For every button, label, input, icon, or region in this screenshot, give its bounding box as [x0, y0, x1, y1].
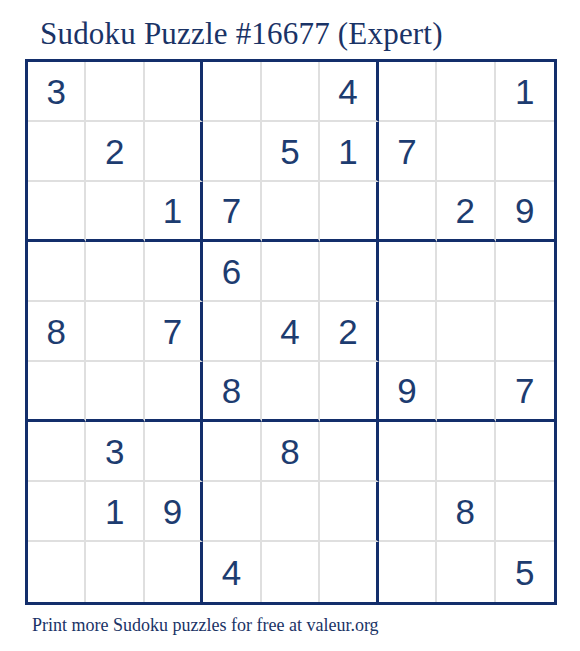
sudoku-cell-r3c8[interactable]: 2	[437, 182, 495, 242]
sudoku-cell-r9c3[interactable]	[145, 542, 203, 602]
sudoku-cell-r1c7[interactable]	[379, 62, 437, 122]
sudoku-cell-r1c5[interactable]	[262, 62, 320, 122]
sudoku-cell-r1c8[interactable]	[437, 62, 495, 122]
sudoku-cell-r7c2[interactable]: 3	[86, 422, 144, 482]
sudoku-cell-r1c4[interactable]	[203, 62, 261, 122]
sudoku-cell-r8c2[interactable]: 1	[86, 482, 144, 542]
sudoku-cell-r5c4[interactable]	[203, 302, 261, 362]
sudoku-cell-r7c5[interactable]: 8	[262, 422, 320, 482]
sudoku-cell-r9c1[interactable]	[28, 542, 86, 602]
sudoku-cell-r3c7[interactable]	[379, 182, 437, 242]
sudoku-cell-r2c3[interactable]	[145, 122, 203, 182]
sudoku-cell-r3c4[interactable]: 7	[203, 182, 261, 242]
sudoku-cell-r4c2[interactable]	[86, 242, 144, 302]
sudoku-cell-r2c4[interactable]	[203, 122, 261, 182]
sudoku-cell-r6c5[interactable]	[262, 362, 320, 422]
sudoku-cell-r7c3[interactable]	[145, 422, 203, 482]
sudoku-cell-r6c8[interactable]	[437, 362, 495, 422]
sudoku-cell-r9c9[interactable]: 5	[496, 542, 554, 602]
sudoku-cell-r4c9[interactable]	[496, 242, 554, 302]
sudoku-cell-r4c5[interactable]	[262, 242, 320, 302]
sudoku-cell-r1c3[interactable]	[145, 62, 203, 122]
sudoku-cell-r9c5[interactable]	[262, 542, 320, 602]
sudoku-cell-r9c6[interactable]	[320, 542, 378, 602]
sudoku-cell-r8c8[interactable]: 8	[437, 482, 495, 542]
sudoku-cell-r5c8[interactable]	[437, 302, 495, 362]
sudoku-cell-r3c2[interactable]	[86, 182, 144, 242]
sudoku-cell-r8c4[interactable]	[203, 482, 261, 542]
sudoku-cell-r2c2[interactable]: 2	[86, 122, 144, 182]
sudoku-cell-r1c9[interactable]: 1	[496, 62, 554, 122]
sudoku-cell-r3c1[interactable]	[28, 182, 86, 242]
sudoku-cell-r9c7[interactable]	[379, 542, 437, 602]
sudoku-cell-r1c6[interactable]: 4	[320, 62, 378, 122]
sudoku-cell-r4c7[interactable]	[379, 242, 437, 302]
sudoku-cell-r5c5[interactable]: 4	[262, 302, 320, 362]
sudoku-cell-r6c7[interactable]: 9	[379, 362, 437, 422]
sudoku-cell-r7c4[interactable]	[203, 422, 261, 482]
sudoku-cell-r7c1[interactable]	[28, 422, 86, 482]
sudoku-cell-r6c1[interactable]	[28, 362, 86, 422]
sudoku-cell-r4c4[interactable]: 6	[203, 242, 261, 302]
sudoku-cell-r8c3[interactable]: 9	[145, 482, 203, 542]
sudoku-cell-r7c8[interactable]	[437, 422, 495, 482]
sudoku-cell-r3c3[interactable]: 1	[145, 182, 203, 242]
sudoku-cell-r8c5[interactable]	[262, 482, 320, 542]
sudoku-cell-r2c5[interactable]: 5	[262, 122, 320, 182]
page-title: Sudoku Puzzle #16677 (Expert)	[40, 16, 443, 52]
sudoku-cell-r5c6[interactable]: 2	[320, 302, 378, 362]
sudoku-cell-r9c8[interactable]	[437, 542, 495, 602]
sudoku-cell-r2c9[interactable]	[496, 122, 554, 182]
sudoku-cell-r1c1[interactable]: 3	[28, 62, 86, 122]
sudoku-cell-r6c3[interactable]	[145, 362, 203, 422]
sudoku-cell-r6c6[interactable]	[320, 362, 378, 422]
sudoku-cell-r1c2[interactable]	[86, 62, 144, 122]
sudoku-cell-r3c6[interactable]	[320, 182, 378, 242]
sudoku-cell-r5c7[interactable]	[379, 302, 437, 362]
sudoku-board: 34125171729687428973819845	[25, 59, 557, 605]
sudoku-cell-r2c7[interactable]: 7	[379, 122, 437, 182]
sudoku-cell-r4c1[interactable]	[28, 242, 86, 302]
sudoku-cell-r8c9[interactable]	[496, 482, 554, 542]
sudoku-cell-r3c5[interactable]	[262, 182, 320, 242]
sudoku-cell-r9c2[interactable]	[86, 542, 144, 602]
sudoku-cell-r5c1[interactable]: 8	[28, 302, 86, 362]
footer-text: Print more Sudoku puzzles for free at va…	[32, 615, 379, 636]
sudoku-cell-r6c2[interactable]	[86, 362, 144, 422]
sudoku-cell-r8c6[interactable]	[320, 482, 378, 542]
sudoku-cell-r5c9[interactable]	[496, 302, 554, 362]
sudoku-cell-r4c3[interactable]	[145, 242, 203, 302]
sudoku-cell-r2c1[interactable]	[28, 122, 86, 182]
sudoku-cell-r7c6[interactable]	[320, 422, 378, 482]
sudoku-cell-r2c8[interactable]	[437, 122, 495, 182]
sudoku-cell-r4c8[interactable]	[437, 242, 495, 302]
sudoku-cell-r5c3[interactable]: 7	[145, 302, 203, 362]
sudoku-cell-r8c7[interactable]	[379, 482, 437, 542]
sudoku-cell-r7c7[interactable]	[379, 422, 437, 482]
sudoku-cell-r7c9[interactable]	[496, 422, 554, 482]
sudoku-cell-r6c4[interactable]: 8	[203, 362, 261, 422]
sudoku-cell-r9c4[interactable]: 4	[203, 542, 261, 602]
sudoku-cell-r5c2[interactable]	[86, 302, 144, 362]
sudoku-cell-r6c9[interactable]: 7	[496, 362, 554, 422]
sudoku-cell-r8c1[interactable]	[28, 482, 86, 542]
sudoku-cell-r2c6[interactable]: 1	[320, 122, 378, 182]
sudoku-cell-r4c6[interactable]	[320, 242, 378, 302]
sudoku-cell-r3c9[interactable]: 9	[496, 182, 554, 242]
